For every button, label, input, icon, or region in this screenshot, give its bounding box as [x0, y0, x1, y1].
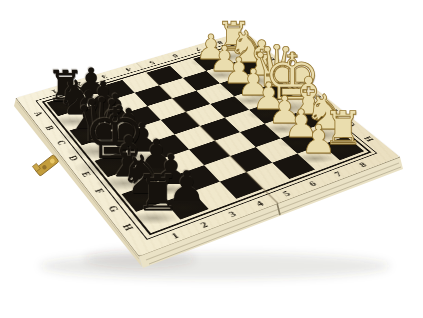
piece-white-pawn: ♟ [301, 120, 337, 160]
pieces-layer: ♜♞♝♛♚♝♞♜♟♟♟♟♟♟♟♟♟♟♟♟♟♟♟♟♜♞♝♛♚♝♞♜ [0, 0, 423, 318]
chess-set-photo: AABBCCDDEEFFGGHH1122334455667788 ♜♞♝♛♚♝♞… [0, 0, 423, 318]
piece-black-rook: ♜ [136, 170, 181, 220]
